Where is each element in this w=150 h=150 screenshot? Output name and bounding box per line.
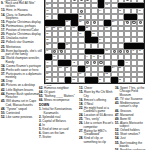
- circle-marker: [80, 10, 83, 13]
- clue-number: 32.: [1, 56, 6, 60]
- cell-number: 54: [112, 66, 114, 68]
- circle-marker: [126, 21, 129, 24]
- cell-number: 61: [99, 78, 101, 80]
- cell-number: 28: [86, 26, 88, 28]
- circle-marker: [86, 61, 89, 64]
- grid-cell[interactable]: [124, 77, 131, 83]
- down-clues-col2: 13. Cheer15. River by Ho Chi Minh City16…: [79, 87, 114, 145]
- grid-cell[interactable]: [78, 77, 85, 83]
- circle-marker: [86, 21, 89, 24]
- grid-cell[interactable]: [58, 77, 65, 83]
- cell-number: 41: [132, 49, 134, 51]
- black-cell: [91, 77, 98, 83]
- clue-number: 30.: [1, 49, 6, 53]
- cell-number: 49: [125, 61, 127, 63]
- clue-number: 44.: [1, 92, 6, 96]
- cell-number: 36: [66, 43, 68, 45]
- cell-number: 52: [66, 66, 68, 68]
- cell-number: 34: [99, 38, 101, 40]
- clue-number: 36.: [115, 86, 120, 90]
- cell-number: 47: [46, 61, 48, 63]
- black-cell: [85, 77, 92, 83]
- cell-number: 44: [86, 55, 88, 57]
- circle-marker: [73, 0, 76, 1]
- cell-number: 12: [106, 3, 108, 5]
- cell-number: 58: [106, 72, 108, 74]
- clue-number: 43.: [115, 101, 120, 105]
- cell-number: 35: [46, 43, 48, 45]
- down-clues-col3: 36. Spent 7 hrs. at the Chicago Field Mu…: [115, 87, 150, 150]
- clue-number: 45.: [1, 99, 6, 103]
- cell-number: 33: [46, 38, 48, 40]
- cell-number: 55: [119, 66, 121, 68]
- crossword-page: { "game": "crossword", "grid": {"rows": …: [0, 0, 150, 150]
- cell-number: 50: [46, 66, 48, 68]
- clue-number: 52.: [1, 115, 6, 119]
- cell-number: 19: [66, 20, 68, 22]
- cell-number: 42: [138, 49, 140, 51]
- grid-cell[interactable]: 61: [98, 77, 105, 83]
- cell-number: 11: [46, 3, 48, 5]
- cell-number: 43: [53, 55, 55, 57]
- clue-number: 51.: [115, 121, 120, 125]
- clue-number: 26.: [79, 121, 84, 125]
- clue-item: 66. Minos recompense: [39, 99, 77, 102]
- cell-number: 31: [79, 32, 81, 34]
- circle-marker: [99, 61, 102, 64]
- cell-number: 45: [92, 55, 94, 57]
- black-cell: [111, 77, 118, 83]
- cell-number: 16: [138, 9, 140, 11]
- circle-marker: [60, 50, 63, 53]
- cell-number: 62: [119, 78, 121, 80]
- clue-number: 27.: [79, 129, 84, 133]
- clue-number: 55.: [115, 141, 120, 145]
- bottom-column-1: 62. Humerus neighbor64. Oil giant65. "No…: [39, 87, 77, 141]
- clue-item: 43. Mediterranean consort's ship: [115, 102, 150, 109]
- cell-number: 13: [46, 9, 48, 11]
- clue-number: 37.: [1, 72, 6, 76]
- cell-number: 51: [59, 66, 61, 68]
- cell-number: 53: [86, 66, 88, 68]
- clue-item: 45. Will drama set in Cape Cod, Massachu…: [1, 100, 42, 107]
- grid-cell[interactable]: [137, 77, 144, 83]
- across-clues-left-column: Marshall cry 9. "Rock and Roll All Nite"…: [1, 0, 42, 120]
- clue-number: 15.: [79, 90, 84, 94]
- circle-marker: [113, 50, 116, 53]
- clue-item: 15. River by Ho Chi Minh City: [79, 91, 114, 98]
- down-clues-col1: 1. Initial for Konstantinos Karamanlis2.…: [39, 108, 77, 139]
- grid-cell[interactable]: [131, 77, 138, 83]
- clue-item: 52. Like some previews: [1, 116, 42, 119]
- clue-number: 14.: [1, 13, 6, 17]
- circle-marker: [119, 50, 122, 53]
- cell-number: 46: [99, 55, 101, 57]
- cell-number: 20: [79, 20, 81, 22]
- circle-marker: [93, 61, 96, 64]
- cell-number: 56: [46, 72, 48, 74]
- circle-marker: [126, 50, 129, 53]
- clue-item: 32. World champion wrestler, Randy: [1, 57, 42, 64]
- cell-number: 32: [92, 32, 94, 34]
- clue-item: 28. Kind of clip, or something to clip: [79, 137, 114, 144]
- circle-marker: [80, 0, 83, 1]
- cell-number: 26: [59, 26, 61, 28]
- cell-number: 27: [73, 26, 75, 28]
- clue-number: 66.: [39, 98, 44, 102]
- cell-number: 18: [79, 15, 81, 17]
- circle-marker: [132, 21, 135, 24]
- cell-number: 57: [79, 72, 81, 74]
- circle-marker: [86, 0, 89, 1]
- crossword-grid[interactable]: 1234567891011121314151617181920212223242…: [44, 0, 145, 84]
- cell-number: 14: [99, 9, 101, 11]
- cell-number: 59: [46, 78, 48, 80]
- clue-number: 1.: [39, 107, 42, 111]
- cell-number: 60: [73, 78, 75, 80]
- cell-number: 48: [73, 61, 75, 63]
- black-cell: [65, 77, 72, 83]
- cell-number: 37: [46, 49, 48, 51]
- grid-cell[interactable]: [52, 77, 59, 83]
- across-clues-bottom: 62. Humerus neighbor64. Oil giant65. "No…: [39, 87, 77, 103]
- clue-item: 56. Brooklyn cookware: [115, 149, 150, 150]
- grid-cell[interactable]: 60: [71, 77, 78, 83]
- circle-marker: [139, 21, 142, 24]
- cell-number: 29: [106, 26, 108, 28]
- cell-number: 25: [53, 26, 55, 28]
- circle-marker: [53, 50, 56, 53]
- circle-marker: [126, 0, 129, 1]
- grid-cell[interactable]: 62: [118, 77, 125, 83]
- clue-item: 7. Stutter: [39, 136, 77, 139]
- clue-number: 56.: [115, 148, 120, 150]
- cell-number: 39: [106, 49, 108, 51]
- cell-number: 24: [46, 26, 48, 28]
- circle-marker: [93, 21, 96, 24]
- grid-cell[interactable]: [104, 77, 111, 83]
- cell-number: 15: [119, 9, 121, 11]
- grid-cell[interactable]: 59: [45, 77, 52, 83]
- clue-number: 9.: [1, 1, 4, 5]
- clue-number: 28.: [79, 136, 84, 140]
- clue-number: 22.: [79, 106, 84, 110]
- cell-number: 21: [112, 20, 114, 22]
- clue-item: 36. Spent 7 hrs. at the Chicago Field Mu…: [115, 87, 150, 97]
- clue-number: 7.: [39, 135, 42, 139]
- cell-number: 17: [46, 15, 48, 17]
- cell-number: 30: [46, 32, 48, 34]
